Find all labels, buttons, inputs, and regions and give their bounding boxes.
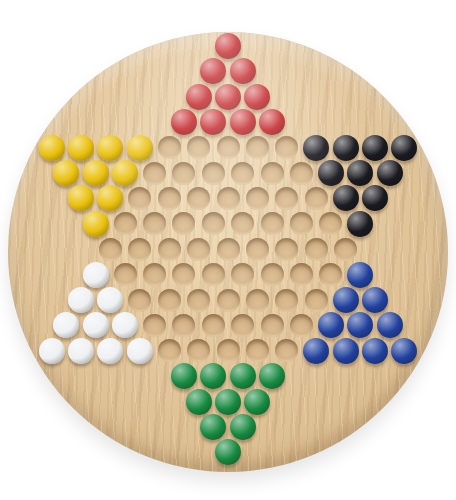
board-hole[interactable] xyxy=(231,263,254,286)
marble-white[interactable] xyxy=(83,312,109,338)
board-hole[interactable] xyxy=(246,238,269,261)
marble-black[interactable] xyxy=(318,160,344,186)
board-hole[interactable] xyxy=(217,238,240,261)
board-hole[interactable] xyxy=(261,212,284,235)
marble-blue[interactable] xyxy=(362,338,388,364)
board-hole[interactable] xyxy=(143,263,166,286)
marble-black[interactable] xyxy=(333,135,359,161)
board-hole[interactable] xyxy=(305,187,328,210)
marble-white[interactable] xyxy=(112,312,138,338)
marble-red[interactable] xyxy=(230,109,256,135)
marble-blue[interactable] xyxy=(391,338,417,364)
board-hole[interactable] xyxy=(319,263,342,286)
marble-black[interactable] xyxy=(347,160,373,186)
marble-white[interactable] xyxy=(39,338,65,364)
board-hole[interactable] xyxy=(275,289,298,312)
marble-white[interactable] xyxy=(97,287,123,313)
marble-yellow[interactable] xyxy=(83,211,109,237)
marble-red[interactable] xyxy=(200,109,226,135)
marble-blue[interactable] xyxy=(318,312,344,338)
marble-green[interactable] xyxy=(230,363,256,389)
board-hole[interactable] xyxy=(172,162,195,185)
marble-black[interactable] xyxy=(333,185,359,211)
board-hole[interactable] xyxy=(246,339,269,362)
marble-black[interactable] xyxy=(347,211,373,237)
board-hole[interactable] xyxy=(261,314,284,337)
board-hole[interactable] xyxy=(143,314,166,337)
chinese-checkers-board xyxy=(8,32,448,472)
marble-yellow[interactable] xyxy=(83,160,109,186)
board-hole[interactable] xyxy=(246,187,269,210)
marble-yellow[interactable] xyxy=(39,135,65,161)
marble-red[interactable] xyxy=(200,58,226,84)
board-hole[interactable] xyxy=(217,136,240,159)
marble-red[interactable] xyxy=(215,33,241,59)
board-hole[interactable] xyxy=(187,289,210,312)
marble-blue[interactable] xyxy=(303,338,329,364)
board-hole[interactable] xyxy=(290,314,313,337)
marble-yellow[interactable] xyxy=(97,185,123,211)
marble-yellow[interactable] xyxy=(127,135,153,161)
board-hole[interactable] xyxy=(158,238,181,261)
board-hole[interactable] xyxy=(202,314,225,337)
marble-green[interactable] xyxy=(259,363,285,389)
marble-red[interactable] xyxy=(186,84,212,110)
board-hole[interactable] xyxy=(99,238,122,261)
marble-yellow[interactable] xyxy=(97,135,123,161)
board-hole[interactable] xyxy=(231,314,254,337)
marble-blue[interactable] xyxy=(347,312,373,338)
board-hole[interactable] xyxy=(275,136,298,159)
marble-blue[interactable] xyxy=(333,287,359,313)
marble-green[interactable] xyxy=(186,389,212,415)
marble-red[interactable] xyxy=(171,109,197,135)
board-hole[interactable] xyxy=(202,162,225,185)
board-hole[interactable] xyxy=(217,187,240,210)
marble-yellow[interactable] xyxy=(68,135,94,161)
board-hole[interactable] xyxy=(246,136,269,159)
board-hole[interactable] xyxy=(172,314,195,337)
marble-white[interactable] xyxy=(127,338,153,364)
marble-green[interactable] xyxy=(230,414,256,440)
board-hole[interactable] xyxy=(128,187,151,210)
marble-green[interactable] xyxy=(171,363,197,389)
board-hole[interactable] xyxy=(158,289,181,312)
board-hole[interactable] xyxy=(128,238,151,261)
marble-white[interactable] xyxy=(68,338,94,364)
board-hole[interactable] xyxy=(114,263,137,286)
marble-white[interactable] xyxy=(83,262,109,288)
board-hole[interactable] xyxy=(261,263,284,286)
board-hole[interactable] xyxy=(114,212,137,235)
board-hole[interactable] xyxy=(275,238,298,261)
board-hole[interactable] xyxy=(158,339,181,362)
board-hole[interactable] xyxy=(290,162,313,185)
marble-black[interactable] xyxy=(362,135,388,161)
marble-red[interactable] xyxy=(215,84,241,110)
marble-blue[interactable] xyxy=(333,338,359,364)
marble-green[interactable] xyxy=(215,389,241,415)
board-hole[interactable] xyxy=(202,263,225,286)
board-hole[interactable] xyxy=(305,238,328,261)
board-hole[interactable] xyxy=(319,212,342,235)
marble-green[interactable] xyxy=(244,389,270,415)
marble-green[interactable] xyxy=(200,414,226,440)
marble-yellow[interactable] xyxy=(68,185,94,211)
marble-blue[interactable] xyxy=(347,262,373,288)
board-hole[interactable] xyxy=(290,212,313,235)
board-hole[interactable] xyxy=(275,187,298,210)
board-hole[interactable] xyxy=(334,238,357,261)
board-hole[interactable] xyxy=(187,187,210,210)
marble-white[interactable] xyxy=(53,312,79,338)
board-hole[interactable] xyxy=(202,212,225,235)
board-hole[interactable] xyxy=(172,263,195,286)
board-hole[interactable] xyxy=(158,187,181,210)
marble-white[interactable] xyxy=(68,287,94,313)
board-hole[interactable] xyxy=(231,212,254,235)
marble-black[interactable] xyxy=(391,135,417,161)
marble-blue[interactable] xyxy=(377,312,403,338)
board-hole[interactable] xyxy=(246,289,269,312)
board-hole[interactable] xyxy=(217,339,240,362)
marble-yellow[interactable] xyxy=(53,160,79,186)
marble-blue[interactable] xyxy=(362,287,388,313)
marble-black[interactable] xyxy=(377,160,403,186)
board-hole[interactable] xyxy=(290,263,313,286)
marble-green[interactable] xyxy=(215,439,241,465)
board-hole[interactable] xyxy=(275,339,298,362)
board-hole[interactable] xyxy=(231,162,254,185)
marble-red[interactable] xyxy=(244,84,270,110)
marble-black[interactable] xyxy=(303,135,329,161)
board-hole[interactable] xyxy=(305,289,328,312)
marble-red[interactable] xyxy=(230,58,256,84)
marble-yellow[interactable] xyxy=(112,160,138,186)
board-hole[interactable] xyxy=(143,162,166,185)
marble-black[interactable] xyxy=(362,185,388,211)
board-hole[interactable] xyxy=(187,339,210,362)
product-photo-stage xyxy=(0,0,456,500)
marble-white[interactable] xyxy=(97,338,123,364)
board-hole[interactable] xyxy=(143,212,166,235)
board-hole[interactable] xyxy=(187,238,210,261)
board-hole[interactable] xyxy=(261,162,284,185)
board-hole[interactable] xyxy=(172,212,195,235)
board-hole[interactable] xyxy=(158,136,181,159)
board-hole[interactable] xyxy=(217,289,240,312)
board-hole[interactable] xyxy=(187,136,210,159)
marble-green[interactable] xyxy=(200,363,226,389)
board-hole[interactable] xyxy=(128,289,151,312)
marble-red[interactable] xyxy=(259,109,285,135)
